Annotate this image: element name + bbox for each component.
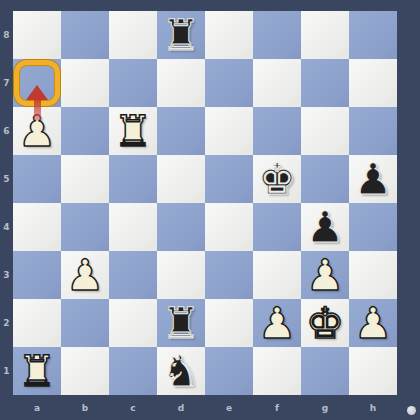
square-d2[interactable]: ♜ [157,299,205,347]
square-a6[interactable]: ♟ [13,107,61,155]
square-f3[interactable] [253,251,301,299]
square-h7[interactable] [349,59,397,107]
file-label-b: b [61,399,109,417]
square-d1[interactable]: ♞ [157,347,205,395]
piece-white-pawn-g3[interactable]: ♟ [306,251,345,299]
rank-label-6: 6 [0,107,13,155]
square-e6[interactable] [205,107,253,155]
piece-white-pawn-h2[interactable]: ♟ [354,299,393,347]
file-label-c: c [109,399,157,417]
square-b6[interactable] [61,107,109,155]
square-b4[interactable] [61,203,109,251]
square-f5[interactable]: ♚ [253,155,301,203]
square-b8[interactable] [61,11,109,59]
rank-label-4: 4 [0,203,13,251]
square-d3[interactable] [157,251,205,299]
square-g7[interactable] [301,59,349,107]
square-h6[interactable] [349,107,397,155]
square-a1[interactable]: ♜ [13,347,61,395]
square-c8[interactable] [109,11,157,59]
square-f1[interactable] [253,347,301,395]
piece-white-pawn-f2[interactable]: ♟ [258,299,297,347]
square-b3[interactable]: ♟ [61,251,109,299]
square-d8[interactable]: ♜ [157,11,205,59]
square-b5[interactable] [61,155,109,203]
square-h3[interactable] [349,251,397,299]
rank-label-7: 7 [0,59,13,107]
square-f8[interactable] [253,11,301,59]
square-a3[interactable] [13,251,61,299]
square-e7[interactable] [205,59,253,107]
chess-app-frame: ♜♟♜♚♟♟♟♟♜♟♚♟♜♞ 87654321abcdefgh [0,0,420,420]
square-d6[interactable] [157,107,205,155]
square-h1[interactable] [349,347,397,395]
file-label-e: e [205,399,253,417]
square-f4[interactable] [253,203,301,251]
square-a2[interactable] [13,299,61,347]
rank-label-1: 1 [0,347,13,395]
square-c1[interactable] [109,347,157,395]
square-g5[interactable] [301,155,349,203]
square-e2[interactable] [205,299,253,347]
square-f6[interactable] [253,107,301,155]
square-d7[interactable] [157,59,205,107]
square-g2[interactable]: ♚ [301,299,349,347]
corner-dot-icon [407,406,416,415]
square-e5[interactable] [205,155,253,203]
square-h8[interactable] [349,11,397,59]
rank-label-2: 2 [0,299,13,347]
rank-label-8: 8 [0,11,13,59]
square-e1[interactable] [205,347,253,395]
square-c7[interactable] [109,59,157,107]
square-f2[interactable]: ♟ [253,299,301,347]
square-a4[interactable] [13,203,61,251]
piece-black-knight-d1[interactable]: ♞ [162,347,201,395]
square-d4[interactable] [157,203,205,251]
file-label-f: f [253,399,301,417]
square-c6[interactable]: ♜ [109,107,157,155]
square-h4[interactable] [349,203,397,251]
piece-black-king-f5[interactable]: ♚ [258,155,297,203]
square-c3[interactable] [109,251,157,299]
square-e4[interactable] [205,203,253,251]
square-a7[interactable] [13,59,61,107]
piece-white-pawn-a6[interactable]: ♟ [18,107,57,155]
file-label-g: g [301,399,349,417]
square-g1[interactable] [301,347,349,395]
square-h5[interactable]: ♟ [349,155,397,203]
square-c2[interactable] [109,299,157,347]
square-d5[interactable] [157,155,205,203]
square-e3[interactable] [205,251,253,299]
square-g8[interactable] [301,11,349,59]
square-f7[interactable] [253,59,301,107]
square-b2[interactable] [61,299,109,347]
chess-board: ♜♟♜♚♟♟♟♟♜♟♚♟♜♞ [13,11,397,395]
square-a8[interactable] [13,11,61,59]
piece-white-rook-c6[interactable]: ♜ [114,107,153,155]
piece-white-king-g2[interactable]: ♚ [306,299,345,347]
square-a5[interactable] [13,155,61,203]
piece-black-rook-d2[interactable]: ♜ [162,299,201,347]
square-h2[interactable]: ♟ [349,299,397,347]
square-c4[interactable] [109,203,157,251]
square-g4[interactable]: ♟ [301,203,349,251]
square-e8[interactable] [205,11,253,59]
piece-black-pawn-h5[interactable]: ♟ [354,155,393,203]
square-b1[interactable] [61,347,109,395]
file-label-a: a [13,399,61,417]
piece-black-pawn-g4[interactable]: ♟ [306,203,345,251]
file-label-d: d [157,399,205,417]
piece-white-rook-a1[interactable]: ♜ [18,347,57,395]
rank-label-5: 5 [0,155,13,203]
square-b7[interactable] [61,59,109,107]
square-g3[interactable]: ♟ [301,251,349,299]
square-g6[interactable] [301,107,349,155]
square-c5[interactable] [109,155,157,203]
piece-white-pawn-b3[interactable]: ♟ [66,251,105,299]
piece-black-rook-d8[interactable]: ♜ [162,11,201,59]
rank-label-3: 3 [0,251,13,299]
file-label-h: h [349,399,397,417]
